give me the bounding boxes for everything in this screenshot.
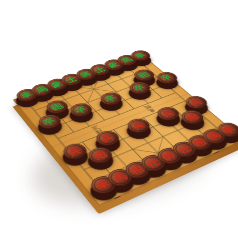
perspective-scene: 楚河漢界車馬象士將士象馬車砲砲卒卒卒卒卒兵兵兵兵兵炮炮車馬相仕帥仕相馬車 xyxy=(0,0,238,238)
product-photo-xiangqi-set: 楚河漢界車馬象士將士象馬車砲砲卒卒卒卒卒兵兵兵兵兵炮炮車馬相仕帥仕相馬車 xyxy=(0,0,238,238)
xiangqi-board: 楚河漢界車馬象士將士象馬車砲砲卒卒卒卒卒兵兵兵兵兵炮炮車馬相仕帥仕相馬車 xyxy=(13,55,238,206)
